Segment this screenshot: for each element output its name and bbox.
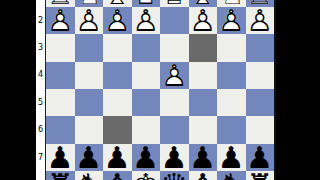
- square[interactable]: [189, 89, 218, 116]
- black-knight-icon: ♞: [217, 171, 246, 180]
- square[interactable]: [103, 89, 132, 116]
- video-frame: 12345678 ♜♖♞♘♝♗♚♔♛♕♝♗♞♘♜♖♟♙♟♙♟♙♟♙♟♙♟♙♟♙♟…: [0, 0, 320, 180]
- square[interactable]: ♟♙: [103, 7, 132, 34]
- square[interactable]: [46, 34, 75, 61]
- square[interactable]: ♝♗: [189, 0, 218, 7]
- square[interactable]: ♜♖: [246, 0, 275, 7]
- letterbox-right: [276, 0, 320, 180]
- black-knight-icon: ♞: [75, 171, 104, 180]
- square[interactable]: [46, 89, 75, 116]
- square[interactable]: ♚: [132, 171, 161, 180]
- white-pawn-icon: ♟: [160, 62, 189, 89]
- square[interactable]: [160, 89, 189, 116]
- square[interactable]: ♟♙: [246, 7, 275, 34]
- white-pawn-outline-icon: ♙: [160, 62, 189, 89]
- white-pawn-outline-icon: ♙: [217, 7, 246, 34]
- square[interactable]: ♟♙: [46, 7, 75, 34]
- square[interactable]: [132, 34, 161, 61]
- white-pawn-outline-icon: ♙: [75, 7, 104, 34]
- square[interactable]: ♞♘: [217, 0, 246, 7]
- square[interactable]: [132, 116, 161, 143]
- square[interactable]: [75, 34, 104, 61]
- square[interactable]: [132, 62, 161, 89]
- white-pawn-icon: ♟: [103, 7, 132, 34]
- square[interactable]: ♜: [46, 171, 75, 180]
- square[interactable]: [246, 89, 275, 116]
- square[interactable]: ♝♗: [103, 0, 132, 7]
- rank-label-3: 3: [36, 44, 45, 52]
- highlighted-square[interactable]: [103, 116, 132, 143]
- square[interactable]: [160, 7, 189, 34]
- rank-label-6: 6: [36, 126, 45, 134]
- square[interactable]: [75, 89, 104, 116]
- black-queen-icon: ♛: [160, 171, 189, 180]
- white-knight-icon: ♞: [217, 0, 246, 7]
- square[interactable]: [75, 116, 104, 143]
- square[interactable]: [46, 62, 75, 89]
- white-pawn-outline-icon: ♙: [132, 7, 161, 34]
- square[interactable]: ♟: [160, 144, 189, 171]
- black-pawn-icon: ♟: [103, 144, 132, 171]
- square[interactable]: ♞: [75, 171, 104, 180]
- square[interactable]: ♛: [160, 171, 189, 180]
- square[interactable]: ♟: [46, 144, 75, 171]
- white-bishop-outline-icon: ♗: [103, 0, 132, 7]
- black-pawn-icon: ♟: [217, 144, 246, 171]
- square[interactable]: ♟: [103, 144, 132, 171]
- square[interactable]: [217, 116, 246, 143]
- white-pawn-icon: ♟: [189, 7, 218, 34]
- square[interactable]: [46, 116, 75, 143]
- black-pawn-icon: ♟: [189, 144, 218, 171]
- rank-label-7: 7: [36, 154, 45, 162]
- square[interactable]: ♞♘: [75, 0, 104, 7]
- square[interactable]: [217, 62, 246, 89]
- white-rook-icon: ♜: [246, 0, 275, 7]
- white-knight-outline-icon: ♘: [75, 0, 104, 7]
- white-pawn-outline-icon: ♙: [246, 7, 275, 34]
- square[interactable]: [246, 116, 275, 143]
- white-pawn-icon: ♟: [132, 7, 161, 34]
- square[interactable]: ♟: [246, 144, 275, 171]
- square[interactable]: ♛♕: [160, 0, 189, 7]
- square[interactable]: [189, 62, 218, 89]
- black-bishop-icon: ♝: [103, 171, 132, 180]
- letterbox-left: [0, 0, 36, 180]
- chess-board[interactable]: ♜♖♞♘♝♗♚♔♛♕♝♗♞♘♜♖♟♙♟♙♟♙♟♙♟♙♟♙♟♙♟♙♟♟♟♟♟♟♟♟…: [45, 0, 276, 180]
- square[interactable]: ♟: [217, 144, 246, 171]
- square[interactable]: ♝: [103, 171, 132, 180]
- square[interactable]: [246, 62, 275, 89]
- black-pawn-icon: ♟: [246, 144, 275, 171]
- square[interactable]: ♟♙: [160, 62, 189, 89]
- black-pawn-icon: ♟: [160, 144, 189, 171]
- square[interactable]: ♜♖: [46, 0, 75, 7]
- white-bishop-outline-icon: ♗: [189, 0, 218, 7]
- black-bishop-icon: ♝: [189, 171, 218, 180]
- rank-label-4: 4: [36, 71, 45, 79]
- square[interactable]: ♞: [217, 171, 246, 180]
- white-pawn-icon: ♟: [75, 7, 104, 34]
- black-pawn-icon: ♟: [132, 144, 161, 171]
- square[interactable]: ♟: [75, 144, 104, 171]
- square[interactable]: [160, 34, 189, 61]
- square[interactable]: ♟♙: [132, 7, 161, 34]
- square[interactable]: ♟: [132, 144, 161, 171]
- white-pawn-icon: ♟: [246, 7, 275, 34]
- white-knight-outline-icon: ♘: [217, 0, 246, 7]
- white-pawn-outline-icon: ♙: [103, 7, 132, 34]
- highlighted-square[interactable]: [189, 34, 218, 61]
- white-rook-outline-icon: ♖: [46, 0, 75, 7]
- black-rook-icon: ♜: [246, 171, 275, 180]
- square[interactable]: [132, 89, 161, 116]
- square[interactable]: ♝: [189, 171, 218, 180]
- white-knight-icon: ♞: [75, 0, 104, 7]
- white-queen-icon: ♛: [160, 0, 189, 7]
- square[interactable]: [103, 34, 132, 61]
- square[interactable]: ♟♙: [217, 7, 246, 34]
- square[interactable]: [103, 62, 132, 89]
- white-pawn-icon: ♟: [217, 7, 246, 34]
- square[interactable]: [189, 116, 218, 143]
- rank-label-2: 2: [36, 17, 45, 25]
- square[interactable]: [246, 34, 275, 61]
- black-rook-icon: ♜: [46, 171, 75, 180]
- white-pawn-outline-icon: ♙: [189, 7, 218, 34]
- square[interactable]: [217, 34, 246, 61]
- white-pawn-icon: ♟: [46, 7, 75, 34]
- square[interactable]: ♜: [246, 171, 275, 180]
- white-bishop-icon: ♝: [103, 0, 132, 7]
- black-pawn-icon: ♟: [75, 144, 104, 171]
- square[interactable]: ♚♔: [132, 0, 161, 7]
- white-king-outline-icon: ♔: [132, 0, 161, 7]
- square[interactable]: ♟♙: [75, 7, 104, 34]
- black-pawn-icon: ♟: [46, 144, 75, 171]
- white-queen-outline-icon: ♕: [160, 0, 189, 7]
- square[interactable]: [160, 116, 189, 143]
- black-king-icon: ♚: [132, 171, 161, 180]
- white-king-icon: ♚: [132, 0, 161, 7]
- square[interactable]: [217, 89, 246, 116]
- rank-label-5: 5: [36, 99, 45, 107]
- white-pawn-outline-icon: ♙: [46, 7, 75, 34]
- square[interactable]: ♟♙: [189, 7, 218, 34]
- square[interactable]: ♟: [189, 144, 218, 171]
- square[interactable]: [75, 62, 104, 89]
- white-rook-icon: ♜: [46, 0, 75, 7]
- white-rook-outline-icon: ♖: [246, 0, 275, 7]
- white-bishop-icon: ♝: [189, 0, 218, 7]
